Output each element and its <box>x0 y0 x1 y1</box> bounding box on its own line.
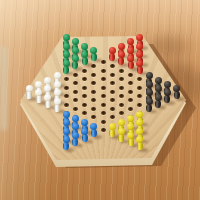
peg-head <box>44 85 51 92</box>
peg-head <box>136 34 143 41</box>
peg-head <box>72 38 79 45</box>
hole-empty[interactable] <box>110 64 115 68</box>
peg-head <box>63 111 70 118</box>
hole-empty[interactable] <box>119 69 124 73</box>
peg-green[interactable] <box>81 51 89 65</box>
hole-empty[interactable] <box>137 103 142 107</box>
hole-empty[interactable] <box>101 77 106 81</box>
peg-yellow[interactable] <box>117 128 125 142</box>
peg-head <box>81 119 88 126</box>
peg-head <box>136 60 143 67</box>
peg-white[interactable] <box>35 89 43 103</box>
peg-body <box>128 138 134 146</box>
hole-empty[interactable] <box>64 77 69 81</box>
hole-empty[interactable] <box>101 69 106 73</box>
hole-empty[interactable] <box>101 128 106 132</box>
peg-blue[interactable] <box>81 128 89 142</box>
peg-head <box>136 43 143 50</box>
peg-head <box>136 136 143 143</box>
hole-empty[interactable] <box>82 103 87 107</box>
peg-green[interactable] <box>62 60 70 74</box>
peg-head <box>63 136 70 143</box>
peg-head <box>136 128 143 135</box>
hole-empty[interactable] <box>119 86 124 90</box>
hole-empty[interactable] <box>119 103 124 107</box>
peg-head <box>35 81 42 88</box>
peg-body <box>91 129 97 137</box>
peg-head <box>164 89 171 96</box>
hole-empty[interactable] <box>82 94 87 98</box>
peg-head <box>146 72 153 79</box>
peg-head <box>63 128 70 135</box>
peg-head <box>109 47 116 54</box>
hole-empty[interactable] <box>110 107 115 111</box>
peg-body <box>91 53 97 61</box>
peg-head <box>127 115 134 122</box>
peg-head <box>164 81 171 88</box>
peg-body <box>137 66 143 74</box>
hole-empty[interactable] <box>119 111 124 115</box>
peg-head <box>54 98 61 105</box>
peg-body <box>146 104 152 112</box>
hole-empty[interactable] <box>91 98 96 102</box>
peg-body <box>54 104 60 112</box>
peg-head <box>81 128 88 135</box>
peg-green[interactable] <box>90 47 98 61</box>
hole-empty[interactable] <box>119 77 124 81</box>
peg-head <box>81 43 88 50</box>
peg-head <box>72 123 79 130</box>
hole-empty[interactable] <box>110 98 115 102</box>
peg-head <box>155 85 162 92</box>
hole-empty[interactable] <box>137 86 142 90</box>
peg-body <box>82 57 88 65</box>
peg-head <box>72 47 79 54</box>
hole-empty[interactable] <box>110 90 115 94</box>
peg-blue[interactable] <box>90 123 98 137</box>
peg-head <box>63 34 70 41</box>
hole-empty[interactable] <box>128 98 133 102</box>
hole-empty[interactable] <box>101 103 106 107</box>
hole-empty[interactable] <box>73 81 78 85</box>
peg-head <box>146 98 153 105</box>
hole-empty[interactable] <box>91 90 96 94</box>
chinese-checkers-board <box>0 0 200 200</box>
peg-head <box>127 132 134 139</box>
hole-empty[interactable] <box>82 111 87 115</box>
hole-empty[interactable] <box>73 107 78 111</box>
peg-head <box>72 132 79 139</box>
peg-body <box>155 100 161 108</box>
peg-blue[interactable] <box>71 132 79 146</box>
hole-empty[interactable] <box>101 111 106 115</box>
hole-empty[interactable] <box>82 86 87 90</box>
peg-blue[interactable] <box>62 136 70 150</box>
peg-head <box>72 55 79 62</box>
peg-black[interactable] <box>173 85 181 99</box>
peg-red[interactable] <box>108 47 116 61</box>
peg-head <box>54 72 61 79</box>
peg-head <box>81 51 88 58</box>
peg-head <box>173 85 180 92</box>
peg-body <box>36 95 42 103</box>
peg-head <box>136 51 143 58</box>
peg-head <box>127 47 134 54</box>
peg-head <box>118 51 125 58</box>
peg-body <box>137 142 143 150</box>
peg-head <box>63 51 70 58</box>
peg-black[interactable] <box>163 89 171 103</box>
peg-head <box>118 119 125 126</box>
peg-black[interactable] <box>145 98 153 112</box>
peg-yellow[interactable] <box>127 132 135 146</box>
hole-empty[interactable] <box>128 90 133 94</box>
peg-body <box>63 66 69 74</box>
hole-empty[interactable] <box>101 94 106 98</box>
peg-green[interactable] <box>71 55 79 69</box>
peg-head <box>72 115 79 122</box>
peg-head <box>63 43 70 50</box>
peg-red[interactable] <box>136 60 144 74</box>
peg-body <box>109 53 115 61</box>
hole-empty[interactable] <box>110 115 115 119</box>
hole-empty[interactable] <box>137 77 142 81</box>
peg-body <box>118 134 124 142</box>
hole-empty[interactable] <box>128 73 133 77</box>
peg-head <box>63 119 70 126</box>
hole-empty[interactable] <box>73 90 78 94</box>
peg-white[interactable] <box>44 94 52 108</box>
peg-red[interactable] <box>117 51 125 65</box>
peg-yellow[interactable] <box>108 123 116 137</box>
peg-head <box>136 119 143 126</box>
photo-chinese-checkers: Overhead photo of a wooden hexagonal Chi… <box>0 0 200 200</box>
peg-head <box>54 89 61 96</box>
peg-black[interactable] <box>154 94 162 108</box>
peg-red[interactable] <box>127 55 135 69</box>
hole-empty[interactable] <box>110 81 115 85</box>
peg-head <box>44 94 51 101</box>
peg-head <box>63 60 70 67</box>
peg-body <box>82 134 88 142</box>
peg-head <box>44 77 51 84</box>
hole-empty[interactable] <box>137 94 142 98</box>
hole-empty[interactable] <box>91 81 96 85</box>
hole-empty[interactable] <box>101 120 106 124</box>
peg-head <box>146 81 153 88</box>
peg-head <box>109 123 116 130</box>
peg-head <box>155 94 162 101</box>
hole-empty[interactable] <box>128 107 133 111</box>
peg-head <box>90 123 97 130</box>
peg-body <box>174 91 180 99</box>
peg-head <box>146 89 153 96</box>
hole-empty[interactable] <box>82 77 87 81</box>
hole-empty[interactable] <box>128 81 133 85</box>
peg-body <box>45 100 51 108</box>
peg-head <box>90 47 97 54</box>
hole-empty[interactable] <box>119 94 124 98</box>
peg-head <box>54 81 61 88</box>
hole-empty[interactable] <box>91 115 96 119</box>
peg-head <box>136 111 143 118</box>
hole-empty[interactable] <box>91 107 96 111</box>
peg-head <box>26 85 33 92</box>
peg-white[interactable] <box>25 85 33 99</box>
hole-empty[interactable] <box>110 73 115 77</box>
peg-white[interactable] <box>53 98 61 112</box>
peg-head <box>118 43 125 50</box>
hole-empty[interactable] <box>91 73 96 77</box>
peg-yellow[interactable] <box>136 136 144 150</box>
peg-body <box>128 61 134 69</box>
hole-empty[interactable] <box>73 98 78 102</box>
peg-head <box>118 128 125 135</box>
peg-head <box>155 77 162 84</box>
hole-empty[interactable] <box>101 86 106 90</box>
